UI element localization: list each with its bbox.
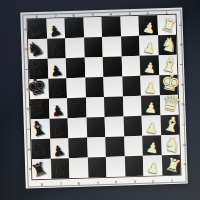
square[interactable] — [105, 136, 124, 157]
square[interactable] — [124, 156, 143, 177]
square[interactable] — [101, 16, 120, 37]
piece-bP[interactable]: ♟ — [46, 141, 71, 160]
square[interactable]: ♟ — [47, 58, 66, 79]
square[interactable] — [65, 38, 84, 59]
square[interactable] — [102, 36, 121, 57]
piece-bP[interactable]: ♟ — [46, 161, 71, 180]
square[interactable] — [85, 97, 104, 118]
square[interactable]: ♟ — [140, 55, 159, 76]
coordinate-label: 1 — [166, 177, 178, 181]
square[interactable] — [103, 56, 122, 77]
coordinate-label: 6 — [73, 180, 85, 184]
square[interactable] — [87, 137, 106, 158]
square[interactable] — [105, 116, 124, 137]
square[interactable] — [103, 76, 122, 97]
square[interactable]: ♟ — [48, 78, 67, 99]
square[interactable] — [86, 117, 105, 138]
coordinate-label: 5 — [86, 12, 98, 16]
square[interactable]: ♟ — [48, 98, 67, 119]
square[interactable] — [84, 37, 103, 58]
square[interactable] — [120, 16, 139, 37]
square[interactable] — [68, 118, 87, 139]
photo-background: 87654321 87654321 hgfedcba hgfedcba ♜♟♟♜… — [0, 0, 200, 200]
piece-bP[interactable]: ♟ — [44, 61, 68, 79]
square[interactable]: ♟ — [50, 138, 69, 159]
square[interactable]: ♟ — [142, 115, 161, 136]
coordinate-label: 7 — [49, 13, 61, 17]
coordinate-label: 2 — [147, 178, 159, 182]
chessboard: 87654321 87654321 hgfedcba hgfedcba ♜♟♟♜… — [20, 7, 187, 188]
square[interactable] — [85, 77, 104, 98]
square[interactable] — [83, 17, 102, 38]
square[interactable]: ♟ — [142, 135, 161, 156]
square[interactable]: ♟ — [47, 38, 66, 59]
square[interactable]: ♟ — [140, 75, 159, 96]
piece-bP[interactable]: ♟ — [45, 102, 69, 120]
coordinate-label: 2 — [142, 10, 154, 14]
coordinate-label: 6 — [68, 12, 80, 16]
square[interactable] — [69, 158, 88, 179]
piece-bP[interactable]: ♟ — [45, 82, 69, 100]
square[interactable]: ♟ — [50, 158, 69, 179]
square[interactable] — [66, 58, 85, 79]
square[interactable]: ♟ — [46, 18, 65, 39]
square[interactable] — [104, 96, 123, 117]
square[interactable]: ♟ — [143, 155, 162, 176]
piece-wN[interactable]: ♞ — [159, 133, 185, 157]
square[interactable]: ♟ — [138, 15, 157, 36]
coordinate-label: 3 — [129, 179, 141, 183]
coordinate-label: 3 — [123, 11, 135, 15]
square[interactable] — [68, 138, 87, 159]
square[interactable] — [124, 136, 143, 157]
square[interactable] — [84, 57, 103, 78]
square[interactable] — [66, 78, 85, 99]
square[interactable]: ♟ — [49, 118, 68, 139]
coordinate-label: 8 — [36, 181, 48, 185]
piece-bP[interactable]: ♟ — [43, 41, 68, 60]
square[interactable]: ♟ — [139, 35, 158, 56]
square[interactable]: ♟ — [141, 95, 160, 116]
coordinate-label: 4 — [110, 179, 122, 183]
coordinate-label: 1 — [160, 9, 172, 13]
coordinate-label: 7 — [55, 181, 67, 185]
square[interactable] — [87, 157, 106, 178]
square[interactable]: ♞ — [161, 135, 180, 156]
piece-bP[interactable]: ♟ — [46, 121, 70, 139]
square[interactable]: ♜ — [161, 155, 180, 176]
square[interactable] — [106, 156, 125, 177]
board-squares: ♜♟♟♜♞♟♟♞♝♟♟♝♚♟♟♚♛♟♟♛♝♟♟♝♞♟♟♞♜♟♟♜ — [27, 15, 180, 180]
square[interactable] — [67, 98, 86, 119]
square[interactable] — [123, 116, 142, 137]
coordinate-label: 5 — [92, 180, 104, 184]
square[interactable] — [121, 36, 140, 57]
square[interactable] — [121, 56, 140, 77]
piece-wR[interactable]: ♜ — [160, 154, 186, 177]
square[interactable] — [64, 18, 83, 39]
coordinate-label: 4 — [105, 11, 117, 15]
